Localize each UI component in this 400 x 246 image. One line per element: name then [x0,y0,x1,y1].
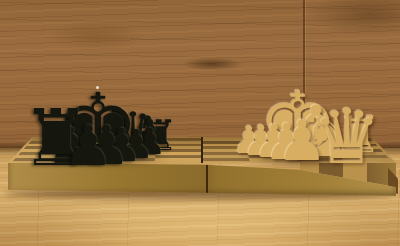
white-pawn: ♟ [232,121,266,159]
black-bishop: ♝ [87,99,148,167]
black-king-finial-icon [96,86,99,89]
white-king: ♚ [259,80,338,168]
pieces-layer: ♜♟♞♟♚♟♝♟♛♟♝♟♜♟♟♟♟♚♟♝♞♜♛ [0,0,400,246]
white-rook: ♜ [337,110,382,160]
white-pawn: ♟ [265,117,310,167]
white-queen: ♛ [313,99,381,175]
black-pawn: ♟ [82,119,130,173]
chess-set-photo: ♜♟♞♟♚♟♝♟♛♟♝♟♜♟♟♟♟♚♟♝♞♜♛ [0,0,400,246]
black-pawn: ♟ [100,122,141,168]
black-rook: ♜ [140,115,178,157]
white-pawn: ♟ [242,120,280,162]
black-rook: ♜ [21,99,91,177]
black-pawn: ♟ [48,121,93,171]
white-pawn: ♟ [253,118,294,164]
black-queen: ♛ [106,104,160,164]
white-pawn: ♟ [277,113,327,169]
black-pawn: ♟ [63,118,113,174]
black-pawn: ♟ [118,124,154,164]
black-pawn: ♟ [134,124,166,160]
white-knight: ♞ [302,107,354,165]
black-king: ♚ [57,82,139,174]
white-bishop: ♝ [286,97,347,165]
black-knight: ♞ [51,104,101,160]
black-bishop: ♝ [125,110,170,160]
